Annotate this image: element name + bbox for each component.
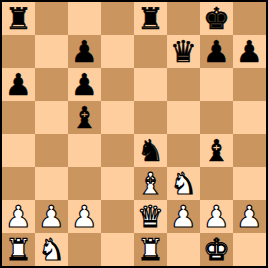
square-c8[interactable] <box>68 2 101 35</box>
square-h5[interactable] <box>233 101 266 134</box>
square-f3[interactable]: ♞ <box>167 167 200 200</box>
square-c6[interactable]: ♟ <box>68 68 101 101</box>
square-d8[interactable] <box>101 2 134 35</box>
square-e4[interactable]: ♞ <box>134 134 167 167</box>
square-a1[interactable]: ♜ <box>2 233 35 266</box>
white-pawn-piece[interactable]: ♟ <box>236 200 263 233</box>
square-c3[interactable] <box>68 167 101 200</box>
square-h7[interactable]: ♟ <box>233 35 266 68</box>
square-a3[interactable] <box>2 167 35 200</box>
square-f8[interactable] <box>167 2 200 35</box>
square-d1[interactable] <box>101 233 134 266</box>
black-bishop-piece[interactable]: ♝ <box>71 101 98 134</box>
square-c4[interactable] <box>68 134 101 167</box>
black-rook-piece[interactable]: ♜ <box>137 2 164 35</box>
white-rook-piece[interactable]: ♜ <box>5 233 32 266</box>
square-a8[interactable]: ♜ <box>2 2 35 35</box>
square-d7[interactable] <box>101 35 134 68</box>
square-g6[interactable] <box>200 68 233 101</box>
square-d3[interactable] <box>101 167 134 200</box>
square-f6[interactable] <box>167 68 200 101</box>
square-g1[interactable]: ♚ <box>200 233 233 266</box>
square-e7[interactable] <box>134 35 167 68</box>
square-b8[interactable] <box>35 2 68 35</box>
black-bishop-piece[interactable]: ♝ <box>203 134 230 167</box>
square-f2[interactable]: ♟ <box>167 200 200 233</box>
square-f4[interactable] <box>167 134 200 167</box>
square-d5[interactable] <box>101 101 134 134</box>
square-h1[interactable] <box>233 233 266 266</box>
square-h3[interactable] <box>233 167 266 200</box>
white-pawn-piece[interactable]: ♟ <box>38 200 65 233</box>
square-b2[interactable]: ♟ <box>35 200 68 233</box>
square-g8[interactable]: ♚ <box>200 2 233 35</box>
square-d2[interactable] <box>101 200 134 233</box>
black-pawn-piece[interactable]: ♟ <box>71 68 98 101</box>
chess-board: ♜♜♚♟♛♟♟♟♟♝♞♝♝♞♟♟♟♛♟♟♟♜♞♜♚ <box>0 0 268 268</box>
square-e2[interactable]: ♛ <box>134 200 167 233</box>
square-b4[interactable] <box>35 134 68 167</box>
square-a6[interactable]: ♟ <box>2 68 35 101</box>
white-queen-piece[interactable]: ♛ <box>137 200 164 233</box>
square-h8[interactable] <box>233 2 266 35</box>
square-a5[interactable] <box>2 101 35 134</box>
square-c2[interactable]: ♟ <box>68 200 101 233</box>
square-g2[interactable]: ♟ <box>200 200 233 233</box>
white-knight-piece[interactable]: ♞ <box>170 167 197 200</box>
square-e1[interactable]: ♜ <box>134 233 167 266</box>
white-pawn-piece[interactable]: ♟ <box>170 200 197 233</box>
black-king-piece[interactable]: ♚ <box>203 2 230 35</box>
white-pawn-piece[interactable]: ♟ <box>71 200 98 233</box>
black-pawn-piece[interactable]: ♟ <box>5 68 32 101</box>
white-knight-piece[interactable]: ♞ <box>38 233 65 266</box>
black-pawn-piece[interactable]: ♟ <box>236 35 263 68</box>
square-e6[interactable] <box>134 68 167 101</box>
square-h6[interactable] <box>233 68 266 101</box>
square-b7[interactable] <box>35 35 68 68</box>
black-pawn-piece[interactable]: ♟ <box>71 35 98 68</box>
black-rook-piece[interactable]: ♜ <box>5 2 32 35</box>
square-f7[interactable]: ♛ <box>167 35 200 68</box>
white-king-piece[interactable]: ♚ <box>203 233 230 266</box>
black-pawn-piece[interactable]: ♟ <box>203 35 230 68</box>
square-a4[interactable] <box>2 134 35 167</box>
black-queen-piece[interactable]: ♛ <box>170 35 197 68</box>
square-f1[interactable] <box>167 233 200 266</box>
square-g3[interactable] <box>200 167 233 200</box>
square-a2[interactable]: ♟ <box>2 200 35 233</box>
square-c7[interactable]: ♟ <box>68 35 101 68</box>
square-g4[interactable]: ♝ <box>200 134 233 167</box>
white-rook-piece[interactable]: ♜ <box>137 233 164 266</box>
square-e8[interactable]: ♜ <box>134 2 167 35</box>
square-d4[interactable] <box>101 134 134 167</box>
white-pawn-piece[interactable]: ♟ <box>5 200 32 233</box>
white-pawn-piece[interactable]: ♟ <box>203 200 230 233</box>
square-g5[interactable] <box>200 101 233 134</box>
square-d6[interactable] <box>101 68 134 101</box>
square-f5[interactable] <box>167 101 200 134</box>
square-g7[interactable]: ♟ <box>200 35 233 68</box>
square-h4[interactable] <box>233 134 266 167</box>
square-b6[interactable] <box>35 68 68 101</box>
square-b1[interactable]: ♞ <box>35 233 68 266</box>
black-knight-piece[interactable]: ♞ <box>137 134 164 167</box>
square-e3[interactable]: ♝ <box>134 167 167 200</box>
square-c1[interactable] <box>68 233 101 266</box>
square-a7[interactable] <box>2 35 35 68</box>
white-bishop-piece[interactable]: ♝ <box>137 167 164 200</box>
square-h2[interactable]: ♟ <box>233 200 266 233</box>
square-b3[interactable] <box>35 167 68 200</box>
square-e5[interactable] <box>134 101 167 134</box>
square-c5[interactable]: ♝ <box>68 101 101 134</box>
square-b5[interactable] <box>35 101 68 134</box>
